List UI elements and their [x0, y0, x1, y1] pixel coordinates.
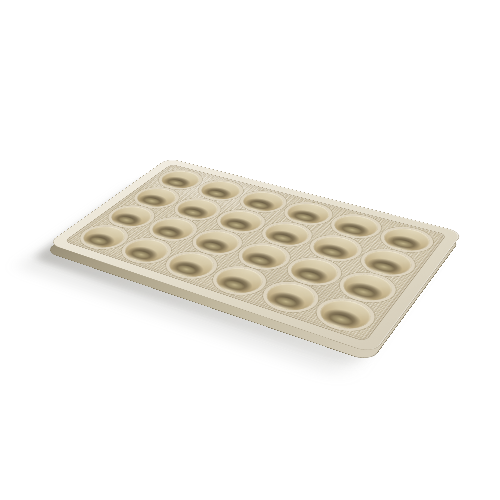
product-photo [0, 0, 500, 500]
cup-grid [69, 166, 441, 338]
